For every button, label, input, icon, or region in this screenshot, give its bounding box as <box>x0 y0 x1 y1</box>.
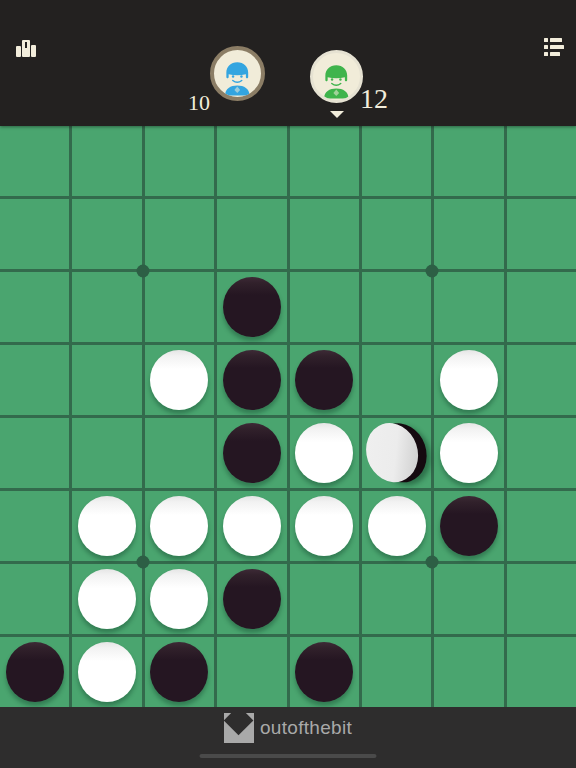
othello-app-screen: 10 12 <box>0 0 576 768</box>
cell-a7[interactable] <box>0 564 69 634</box>
cell-d2[interactable] <box>217 199 286 269</box>
star-point <box>137 265 150 278</box>
cell-b7[interactable] <box>72 564 141 634</box>
cell-e3[interactable] <box>290 272 359 342</box>
cell-e6[interactable] <box>290 491 359 561</box>
star-point <box>426 265 439 278</box>
cell-g5[interactable] <box>434 418 503 488</box>
home-indicator[interactable] <box>200 754 377 758</box>
black-disc <box>295 350 353 410</box>
cell-f4[interactable] <box>362 345 431 415</box>
white-disc <box>150 496 208 556</box>
outofthebit-logo-icon <box>224 713 254 743</box>
cell-b5[interactable] <box>72 418 141 488</box>
cell-c4[interactable] <box>145 345 214 415</box>
cell-a4[interactable] <box>0 345 69 415</box>
cell-h2[interactable] <box>507 199 576 269</box>
left-player-score: 10 <box>184 92 210 114</box>
cell-d3[interactable] <box>217 272 286 342</box>
cell-a5[interactable] <box>0 418 69 488</box>
cell-g1[interactable] <box>434 126 503 196</box>
cell-e2[interactable] <box>290 199 359 269</box>
cell-c3[interactable] <box>145 272 214 342</box>
black-disc <box>295 642 353 702</box>
menu-bullet <box>544 52 548 56</box>
cell-b6[interactable] <box>72 491 141 561</box>
cell-g2[interactable] <box>434 199 503 269</box>
rankings-podium-icon[interactable] <box>16 40 36 57</box>
list-menu-icon[interactable] <box>544 38 564 59</box>
cell-h4[interactable] <box>507 345 576 415</box>
cell-h1[interactable] <box>507 126 576 196</box>
star-point <box>137 556 150 569</box>
star-point <box>426 556 439 569</box>
turn-indicator-triangle <box>330 111 344 118</box>
cell-g8[interactable] <box>434 637 503 707</box>
cell-c7[interactable] <box>145 564 214 634</box>
black-disc <box>440 496 498 556</box>
cell-d4[interactable] <box>217 345 286 415</box>
cell-g3[interactable] <box>434 272 503 342</box>
podium-bar-first-place <box>22 40 30 57</box>
top-bar: 10 12 <box>0 0 576 126</box>
cell-c8[interactable] <box>145 637 214 707</box>
cell-c2[interactable] <box>145 199 214 269</box>
cell-c6[interactable] <box>145 491 214 561</box>
right-player-score: 12 <box>360 85 388 113</box>
cell-f7[interactable] <box>362 564 431 634</box>
flipping-disc <box>358 413 436 493</box>
podium-bar-right <box>31 45 36 57</box>
menu-bar <box>550 52 560 56</box>
cell-b3[interactable] <box>72 272 141 342</box>
cell-e5[interactable] <box>290 418 359 488</box>
brand-text: outofthebit <box>260 717 352 739</box>
white-disc <box>295 496 353 556</box>
cell-f2[interactable] <box>362 199 431 269</box>
cell-e7[interactable] <box>290 564 359 634</box>
green-person-icon <box>317 60 356 99</box>
outofthebit-brand[interactable]: outofthebit <box>0 713 576 743</box>
cell-b8[interactable] <box>72 637 141 707</box>
white-disc <box>223 496 281 556</box>
cell-f3[interactable] <box>362 272 431 342</box>
black-disc <box>223 423 281 483</box>
black-disc <box>223 350 281 410</box>
cell-c1[interactable] <box>145 126 214 196</box>
menu-bar <box>550 45 564 49</box>
podium-bar-left <box>16 46 21 57</box>
menu-bar <box>550 38 562 42</box>
cell-h6[interactable] <box>507 491 576 561</box>
white-disc <box>440 350 498 410</box>
cell-f6[interactable] <box>362 491 431 561</box>
cell-e8[interactable] <box>290 637 359 707</box>
cell-d1[interactable] <box>217 126 286 196</box>
blue-person-icon <box>218 57 257 96</box>
cell-a6[interactable] <box>0 491 69 561</box>
cell-h8[interactable] <box>507 637 576 707</box>
white-disc <box>150 350 208 410</box>
menu-bullet <box>544 45 548 49</box>
menu-bullet <box>544 38 548 42</box>
white-disc <box>78 642 136 702</box>
white-disc <box>295 423 353 483</box>
cell-f5[interactable] <box>362 418 431 488</box>
right-player-avatar <box>310 50 363 103</box>
cell-c5[interactable] <box>145 418 214 488</box>
white-disc <box>368 496 426 556</box>
cell-b1[interactable] <box>72 126 141 196</box>
white-disc <box>78 569 136 629</box>
white-disc <box>440 423 498 483</box>
cell-a1[interactable] <box>0 126 69 196</box>
white-disc <box>150 569 208 629</box>
cell-e1[interactable] <box>290 126 359 196</box>
cell-b2[interactable] <box>72 199 141 269</box>
cell-a8[interactable] <box>0 637 69 707</box>
cell-d7[interactable] <box>217 564 286 634</box>
white-disc <box>78 496 136 556</box>
cell-g6[interactable] <box>434 491 503 561</box>
cell-h5[interactable] <box>507 418 576 488</box>
bottom-bar: outofthebit <box>0 707 576 768</box>
cell-d5[interactable] <box>217 418 286 488</box>
black-disc <box>150 642 208 702</box>
left-player-avatar <box>210 46 265 101</box>
cell-f1[interactable] <box>362 126 431 196</box>
cell-h7[interactable] <box>507 564 576 634</box>
cell-g7[interactable] <box>434 564 503 634</box>
black-disc <box>223 277 281 337</box>
cell-a2[interactable] <box>0 199 69 269</box>
cell-d8[interactable] <box>217 637 286 707</box>
cell-g4[interactable] <box>434 345 503 415</box>
othello-board <box>0 126 576 707</box>
cell-d6[interactable] <box>217 491 286 561</box>
cell-a3[interactable] <box>0 272 69 342</box>
cell-b4[interactable] <box>72 345 141 415</box>
cell-e4[interactable] <box>290 345 359 415</box>
cell-h3[interactable] <box>507 272 576 342</box>
black-disc <box>6 642 64 702</box>
cell-f8[interactable] <box>362 637 431 707</box>
black-disc <box>223 569 281 629</box>
